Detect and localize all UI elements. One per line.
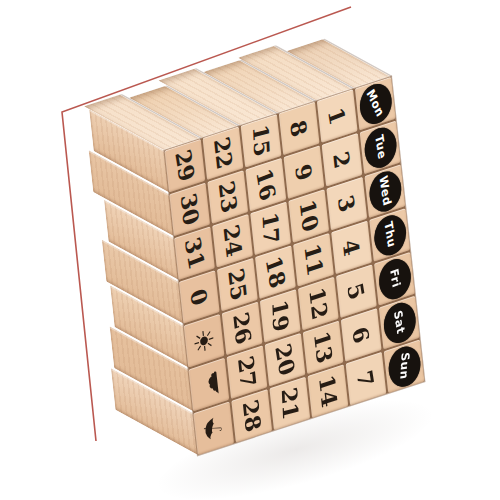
number-label: 10 xyxy=(297,197,321,234)
number-label: 0 xyxy=(188,286,211,308)
product-photo-calendar-stamp-blocks: 29221581Mon30231692Tue312417103Wed025181… xyxy=(0,0,500,500)
number-label: 27 xyxy=(235,353,259,390)
number-label: 14 xyxy=(316,372,340,409)
number-label: 30 xyxy=(178,191,202,228)
weekday-label: Sat xyxy=(392,309,406,336)
number-label: 16 xyxy=(253,166,279,204)
number-label: 8 xyxy=(288,117,311,139)
cloud-icon: ☁ xyxy=(196,368,223,401)
number-label: 23 xyxy=(216,178,240,215)
number-label: 7 xyxy=(354,367,377,390)
number-label: 24 xyxy=(220,222,244,259)
number-label: 1 xyxy=(326,105,349,128)
weekday-stamp-circle: Tue xyxy=(362,123,398,172)
weekday-stamp-circle: Fri xyxy=(377,254,413,303)
number-label: 17 xyxy=(259,210,281,246)
number-label: 19 xyxy=(269,298,291,334)
number-label: 9 xyxy=(293,161,316,183)
umbrella-icon: ☂ xyxy=(200,416,228,441)
number-label: 28 xyxy=(240,397,264,434)
weekday-label: Thu xyxy=(382,220,397,249)
number-label: 3 xyxy=(335,192,358,215)
weekday-label: Wed xyxy=(377,175,392,208)
number-label: 11 xyxy=(301,241,325,278)
weekday-stamp-circle: Sun xyxy=(386,342,422,391)
weekday-label: Mon xyxy=(364,88,386,120)
weekday-label: Fri xyxy=(388,268,401,290)
weekday-label: Tue xyxy=(373,134,387,162)
weekday-stamp-circle: Wed xyxy=(367,167,403,216)
number-label: 21 xyxy=(279,385,301,421)
number-label: 20 xyxy=(272,341,298,379)
number-label: 13 xyxy=(311,329,335,366)
number-label: 5 xyxy=(345,280,368,303)
weekday-stamp-circle: Thu xyxy=(372,210,408,259)
number-label: 25 xyxy=(225,266,249,303)
number-label: 15 xyxy=(250,123,272,159)
number-label: 31 xyxy=(182,234,208,272)
number-label: 6 xyxy=(350,324,373,346)
weekday-stamp-circle: Sat xyxy=(381,298,417,347)
number-label: 4 xyxy=(340,236,363,258)
number-label: 22 xyxy=(211,135,235,172)
number-label: 2 xyxy=(331,149,354,171)
sun-icon: ☀ xyxy=(191,324,217,358)
weekday-stamp-circle: Mon xyxy=(357,79,393,128)
weekday-label: Sun xyxy=(398,352,411,381)
number-label: 12 xyxy=(306,285,330,322)
number-label: 26 xyxy=(230,310,254,347)
number-label: 18 xyxy=(263,253,289,291)
number-label: 29 xyxy=(172,147,198,185)
